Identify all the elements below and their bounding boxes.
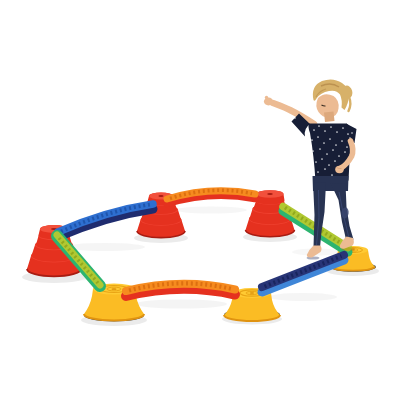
dome-top-hole: [111, 288, 116, 290]
cone-top-hole: [267, 193, 273, 195]
product-photo: [0, 0, 416, 416]
dome-top-hole: [250, 292, 255, 294]
cone-top-hole: [158, 195, 163, 197]
scene-canvas: [0, 0, 416, 416]
child-neck: [324, 112, 335, 123]
child-hand: [335, 166, 344, 173]
child-fist: [264, 98, 273, 106]
